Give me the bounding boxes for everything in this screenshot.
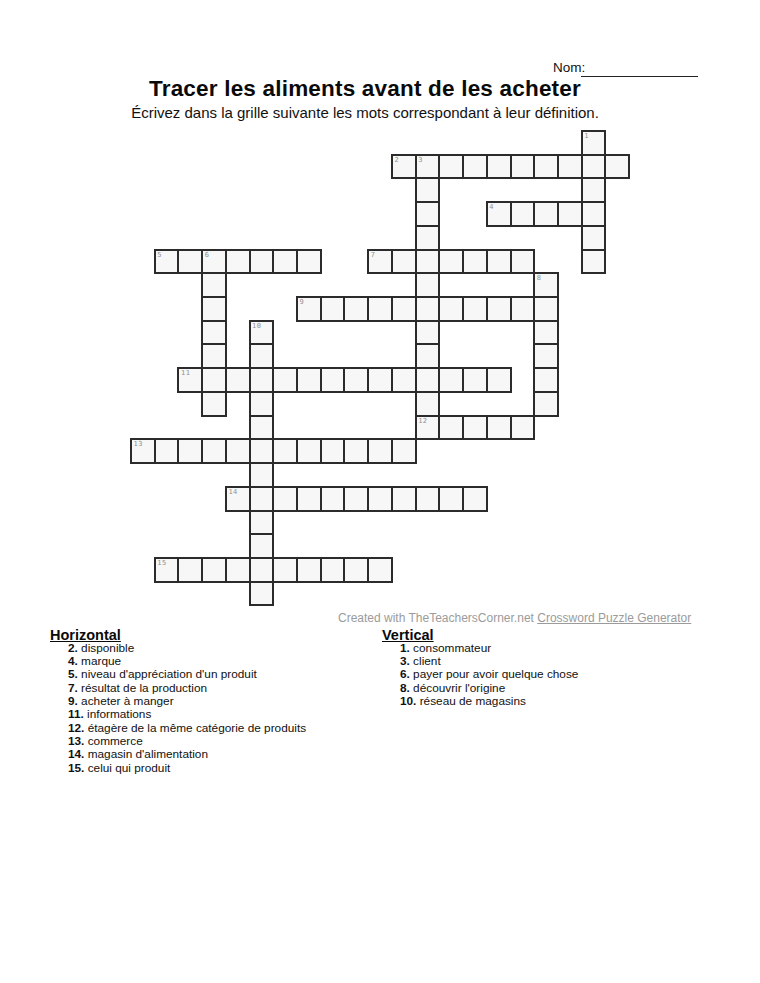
cell-number-12: 12 bbox=[418, 417, 427, 426]
grid-cell-r7c17[interactable] bbox=[534, 297, 558, 321]
grid-cell-r10c6[interactable] bbox=[273, 368, 297, 392]
grid-cell-r15c9[interactable] bbox=[344, 487, 368, 511]
grid-cell-r15c14[interactable] bbox=[463, 487, 487, 511]
cell-number-8: 8 bbox=[537, 274, 542, 283]
grid-cell-r11c5[interactable] bbox=[250, 392, 274, 416]
clue-number: 6. bbox=[400, 667, 410, 681]
grid-cell-r1c19[interactable] bbox=[582, 155, 606, 179]
grid-cell-r7c3[interactable] bbox=[202, 297, 226, 321]
generator-link[interactable]: Crossword Puzzle Generator bbox=[537, 611, 691, 625]
clue-item-9: 9. acheter à manger bbox=[68, 695, 306, 708]
grid-cell-r10c13[interactable] bbox=[439, 368, 463, 392]
cell-number-4: 4 bbox=[489, 203, 494, 212]
clue-number: 2. bbox=[68, 641, 78, 655]
clue-item-1: 1. consommateur bbox=[400, 642, 578, 655]
grid-cell-r7c12[interactable] bbox=[416, 297, 440, 321]
grid-cell-r18c1[interactable]: 15 bbox=[155, 558, 179, 582]
cell-number-2: 2 bbox=[394, 156, 399, 165]
grid-cell-r6c12[interactable] bbox=[416, 273, 440, 297]
clue-text: étagère de la même catégorie de produits bbox=[84, 721, 306, 735]
name-field[interactable] bbox=[581, 62, 698, 77]
grid-cell-r15c7[interactable] bbox=[297, 487, 321, 511]
grid-cell-r5c13[interactable] bbox=[439, 250, 463, 274]
clue-text: acheter à manger bbox=[78, 694, 174, 708]
clue-number: 4. bbox=[68, 654, 78, 668]
grid-cell-r2c19[interactable] bbox=[582, 178, 606, 202]
grid-cell-r12c16[interactable] bbox=[511, 416, 535, 440]
clue-text: payer pour avoir quelque chose bbox=[410, 667, 579, 681]
clue-number: 1. bbox=[400, 641, 410, 655]
grid-cell-r18c9[interactable] bbox=[344, 558, 368, 582]
clue-item-7: 7. résultat de la production bbox=[68, 682, 306, 695]
grid-cell-r18c8[interactable] bbox=[321, 558, 345, 582]
grid-cell-r13c3[interactable] bbox=[202, 439, 226, 463]
clue-text: découvrir l'origine bbox=[410, 681, 505, 695]
clue-text: informations bbox=[84, 707, 152, 721]
cell-number-3: 3 bbox=[418, 156, 423, 165]
clue-text: commerce bbox=[84, 734, 142, 748]
clue-item-5: 5. niveau d'appréciation d'un produit bbox=[68, 668, 306, 681]
grid-cell-r4c12[interactable] bbox=[416, 226, 440, 250]
cell-number-13: 13 bbox=[134, 440, 143, 449]
page-title: Tracer les aliments avant de les acheter bbox=[0, 76, 730, 102]
clue-text: consommateur bbox=[410, 641, 491, 655]
grid-cell-r12c13[interactable] bbox=[439, 416, 463, 440]
grid-cell-r18c10[interactable] bbox=[368, 558, 392, 582]
grid-cell-r7c10[interactable] bbox=[368, 297, 392, 321]
clue-number: 14. bbox=[68, 747, 84, 761]
grid-cell-r11c17[interactable] bbox=[534, 392, 558, 416]
grid-cell-r5c11[interactable] bbox=[392, 250, 416, 274]
grid-cell-r1c17[interactable] bbox=[534, 155, 558, 179]
grid-cell-r18c7[interactable] bbox=[297, 558, 321, 582]
clue-text: niveau d'appréciation d'un produit bbox=[78, 667, 257, 681]
grid-cell-r9c3[interactable] bbox=[202, 344, 226, 368]
grid-cell-r2c12[interactable] bbox=[416, 178, 440, 202]
grid-cell-r5c2[interactable] bbox=[178, 250, 202, 274]
grid-cell-r15c6[interactable] bbox=[273, 487, 297, 511]
grid-cell-r13c1[interactable] bbox=[155, 439, 179, 463]
grid-cell-r12c5[interactable] bbox=[250, 416, 274, 440]
grid-cell-r15c4[interactable]: 14 bbox=[226, 487, 250, 511]
grid-cell-r3c12[interactable] bbox=[416, 202, 440, 226]
grid-cell-r10c17[interactable] bbox=[534, 368, 558, 392]
grid-cell-r7c8[interactable] bbox=[321, 297, 345, 321]
crossword-grid: 123456789101112131415 bbox=[131, 131, 629, 605]
clue-text: réseau de magasins bbox=[416, 694, 526, 708]
clue-item-6: 6. payer pour avoir quelque chose bbox=[400, 668, 578, 681]
cell-number-7: 7 bbox=[371, 251, 376, 260]
clue-number: 8. bbox=[400, 681, 410, 695]
grid-cell-r7c9[interactable] bbox=[344, 297, 368, 321]
grid-cell-r17c5[interactable] bbox=[250, 534, 274, 558]
grid-cell-r5c10[interactable]: 7 bbox=[368, 250, 392, 274]
clue-number: 15. bbox=[68, 761, 84, 775]
grid-cell-r8c3[interactable] bbox=[202, 321, 226, 345]
clue-text: celui qui produit bbox=[84, 761, 170, 775]
grid-cell-r15c10[interactable] bbox=[368, 487, 392, 511]
grid-cell-r18c2[interactable] bbox=[178, 558, 202, 582]
grid-cell-r5c14[interactable] bbox=[463, 250, 487, 274]
cell-number-15: 15 bbox=[157, 559, 166, 568]
page-subtitle: Écrivez dans la grille suivante les mots… bbox=[0, 104, 730, 121]
grid-cell-r5c1[interactable]: 5 bbox=[155, 250, 179, 274]
grid-cell-r10c8[interactable] bbox=[321, 368, 345, 392]
clue-number: 10. bbox=[400, 694, 416, 708]
grid-cell-r7c15[interactable] bbox=[487, 297, 511, 321]
grid-cell-r13c10[interactable] bbox=[368, 439, 392, 463]
grid-cell-r1c16[interactable] bbox=[511, 155, 535, 179]
clue-text: résultat de la production bbox=[78, 681, 207, 695]
cell-number-6: 6 bbox=[205, 251, 210, 260]
clue-item-14: 14. magasin d'alimentation bbox=[68, 748, 306, 761]
grid-cell-r3c15[interactable]: 4 bbox=[487, 202, 511, 226]
grid-cell-r1c14[interactable] bbox=[463, 155, 487, 179]
grid-cell-r1c15[interactable] bbox=[487, 155, 511, 179]
clue-text: disponible bbox=[78, 641, 134, 655]
grid-cell-r8c12[interactable] bbox=[416, 321, 440, 345]
clue-number: 7. bbox=[68, 681, 78, 695]
down-clues-section: Vertical 1. consommateur3. client6. paye… bbox=[382, 627, 578, 708]
grid-cell-r6c17[interactable]: 8 bbox=[534, 273, 558, 297]
grid-cell-r4c19[interactable] bbox=[582, 226, 606, 250]
grid-cell-r15c8[interactable] bbox=[321, 487, 345, 511]
cell-number-9: 9 bbox=[300, 298, 305, 307]
cell-number-11: 11 bbox=[181, 369, 190, 378]
grid-cell-r9c17[interactable] bbox=[534, 344, 558, 368]
grid-cell-r13c6[interactable] bbox=[273, 439, 297, 463]
clue-item-11: 11. informations bbox=[68, 708, 306, 721]
grid-cell-r19c5[interactable] bbox=[250, 582, 274, 606]
grid-cell-r15c11[interactable] bbox=[392, 487, 416, 511]
grid-cell-r1c20[interactable] bbox=[605, 155, 629, 179]
clue-number: 9. bbox=[68, 694, 78, 708]
clue-item-8: 8. découvrir l'origine bbox=[400, 682, 578, 695]
clue-item-15: 15. celui qui produit bbox=[68, 762, 306, 775]
grid-cell-r5c3[interactable]: 6 bbox=[202, 250, 226, 274]
across-clues-section: Horizontal 2. disponible4. marque5. nive… bbox=[50, 627, 306, 775]
clue-number: 13. bbox=[68, 734, 84, 748]
grid-cell-r15c5[interactable] bbox=[250, 487, 274, 511]
grid-cell-r12c14[interactable] bbox=[463, 416, 487, 440]
grid-cell-r10c14[interactable] bbox=[463, 368, 487, 392]
grid-cell-r13c9[interactable] bbox=[344, 439, 368, 463]
clue-number: 12. bbox=[68, 721, 84, 735]
grid-cell-r5c5[interactable] bbox=[250, 250, 274, 274]
grid-cell-r3c16[interactable] bbox=[511, 202, 535, 226]
grid-cell-r10c2[interactable]: 11 bbox=[178, 368, 202, 392]
grid-cell-r8c17[interactable] bbox=[534, 321, 558, 345]
credit-line: Created with TheTeachersCorner.net Cross… bbox=[338, 611, 691, 625]
clue-text: magasin d'alimentation bbox=[84, 747, 208, 761]
grid-cell-r13c2[interactable] bbox=[178, 439, 202, 463]
cell-number-14: 14 bbox=[228, 488, 237, 497]
grid-cell-r11c3[interactable] bbox=[202, 392, 226, 416]
grid-cell-r1c18[interactable] bbox=[558, 155, 582, 179]
grid-cell-r10c5[interactable] bbox=[250, 368, 274, 392]
grid-cell-r13c5[interactable] bbox=[250, 439, 274, 463]
cell-number-1: 1 bbox=[584, 132, 589, 141]
grid-cell-r5c19[interactable] bbox=[582, 250, 606, 274]
grid-cell-r10c10[interactable] bbox=[368, 368, 392, 392]
grid-cell-r18c3[interactable] bbox=[202, 558, 226, 582]
grid-cell-r15c13[interactable] bbox=[439, 487, 463, 511]
grid-cell-r10c3[interactable] bbox=[202, 368, 226, 392]
grid-cell-r3c19[interactable] bbox=[582, 202, 606, 226]
grid-cell-r10c9[interactable] bbox=[344, 368, 368, 392]
clue-item-13: 13. commerce bbox=[68, 735, 306, 748]
grid-cell-r10c12[interactable] bbox=[416, 368, 440, 392]
clue-text: client bbox=[410, 654, 441, 668]
grid-cell-r7c11[interactable] bbox=[392, 297, 416, 321]
grid-cell-r10c4[interactable] bbox=[226, 368, 250, 392]
clue-item-4: 4. marque bbox=[68, 655, 306, 668]
grid-cell-r13c0[interactable]: 13 bbox=[131, 439, 155, 463]
cell-number-10: 10 bbox=[252, 322, 261, 331]
header-block: Tracer les aliments avant de les acheter… bbox=[0, 76, 730, 121]
grid-cell-r14c5[interactable] bbox=[250, 463, 274, 487]
grid-cell-r3c17[interactable] bbox=[534, 202, 558, 226]
grid-cell-r13c7[interactable] bbox=[297, 439, 321, 463]
grid-cell-r18c6[interactable] bbox=[273, 558, 297, 582]
grid-cell-r18c5[interactable] bbox=[250, 558, 274, 582]
grid-cell-r12c12[interactable]: 12 bbox=[416, 416, 440, 440]
grid-cell-r1c11[interactable]: 2 bbox=[392, 155, 416, 179]
grid-cell-r9c12[interactable] bbox=[416, 344, 440, 368]
grid-cell-r6c3[interactable] bbox=[202, 273, 226, 297]
grid-cell-r13c4[interactable] bbox=[226, 439, 250, 463]
grid-cell-r10c15[interactable] bbox=[487, 368, 511, 392]
grid-cell-r1c13[interactable] bbox=[439, 155, 463, 179]
credit-text: Created with TheTeachersCorner.net bbox=[338, 611, 537, 625]
down-clue-list: 1. consommateur3. client6. payer pour av… bbox=[382, 642, 578, 709]
grid-cell-r1c12[interactable]: 3 bbox=[416, 155, 440, 179]
grid-cell-r5c6[interactable] bbox=[273, 250, 297, 274]
grid-cell-r3c18[interactable] bbox=[558, 202, 582, 226]
grid-cell-r7c13[interactable] bbox=[439, 297, 463, 321]
across-clue-list: 2. disponible4. marque5. niveau d'appréc… bbox=[50, 642, 306, 775]
clue-number: 3. bbox=[400, 654, 410, 668]
grid-cell-r18c4[interactable] bbox=[226, 558, 250, 582]
grid-cell-r7c16[interactable] bbox=[511, 297, 535, 321]
grid-cell-r5c16[interactable] bbox=[511, 250, 535, 274]
clue-number: 5. bbox=[68, 667, 78, 681]
grid-cell-r13c11[interactable] bbox=[392, 439, 416, 463]
grid-cell-r9c5[interactable] bbox=[250, 344, 274, 368]
grid-cell-r5c12[interactable] bbox=[416, 250, 440, 274]
grid-cell-r5c4[interactable] bbox=[226, 250, 250, 274]
grid-cell-r5c7[interactable] bbox=[297, 250, 321, 274]
clue-item-12: 12. étagère de la même catégorie de prod… bbox=[68, 722, 306, 735]
clue-item-10: 10. réseau de magasins bbox=[400, 695, 578, 708]
clue-number: 11. bbox=[68, 707, 84, 721]
grid-cell-r7c14[interactable] bbox=[463, 297, 487, 321]
grid-cell-r16c5[interactable] bbox=[250, 511, 274, 535]
grid-cell-r13c8[interactable] bbox=[321, 439, 345, 463]
grid-cell-r11c12[interactable] bbox=[416, 392, 440, 416]
clue-item-3: 3. client bbox=[400, 655, 578, 668]
grid-cell-r7c7[interactable]: 9 bbox=[297, 297, 321, 321]
grid-cell-r8c5[interactable]: 10 bbox=[250, 321, 274, 345]
grid-cell-r10c7[interactable] bbox=[297, 368, 321, 392]
worksheet-page: Nom: Tracer les aliments avant de les ac… bbox=[0, 0, 760, 983]
clue-item-2: 2. disponible bbox=[68, 642, 306, 655]
grid-cell-r0c19[interactable]: 1 bbox=[582, 131, 606, 155]
grid-cell-r15c12[interactable] bbox=[416, 487, 440, 511]
grid-cell-r12c15[interactable] bbox=[487, 416, 511, 440]
clue-text: marque bbox=[78, 654, 121, 668]
grid-cell-r5c15[interactable] bbox=[487, 250, 511, 274]
grid-cell-r10c11[interactable] bbox=[392, 368, 416, 392]
cell-number-5: 5 bbox=[157, 251, 162, 260]
